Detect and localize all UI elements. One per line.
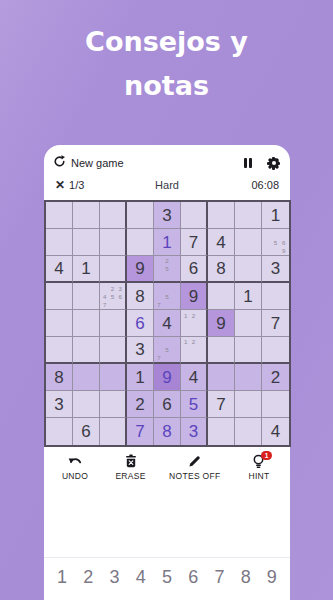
numpad-8[interactable]: 8 [233, 567, 259, 588]
cell-r2c5[interactable]: 1 [154, 229, 181, 256]
cell-r9c3[interactable] [100, 418, 127, 445]
numpad-9[interactable]: 9 [259, 567, 285, 588]
cell-r7c2[interactable] [73, 364, 100, 391]
numpad-1[interactable]: 1 [49, 567, 75, 588]
given-digit: 6 [162, 396, 171, 413]
given-digit: 4 [189, 369, 198, 386]
new-game-button[interactable]: New game [53, 154, 124, 172]
cell-r2c3[interactable] [100, 229, 127, 256]
cell-r6c6[interactable]: 12 [181, 337, 208, 364]
cell-r8c5[interactable]: 6 [154, 391, 181, 418]
cell-r6c7[interactable] [208, 337, 235, 364]
user-digit: 5 [189, 396, 198, 413]
cell-r7c4[interactable]: 1 [127, 364, 154, 391]
cell-r4c7[interactable] [208, 283, 235, 310]
cell-r4c3[interactable]: 234567 [100, 283, 127, 310]
cell-r4c6[interactable]: 9 [181, 283, 208, 310]
cell-r3c2[interactable]: 1 [73, 256, 100, 283]
cell-r6c8[interactable] [235, 337, 262, 364]
cell-r7c6[interactable]: 4 [181, 364, 208, 391]
cell-r9c8[interactable] [235, 418, 262, 445]
cell-r5c8[interactable] [235, 310, 262, 337]
cell-r6c5[interactable]: 57 [154, 337, 181, 364]
pencil-notes: 234567 [100, 283, 125, 309]
given-digit: 8 [216, 260, 225, 277]
undo-button[interactable]: UNDO [58, 454, 92, 481]
difficulty-label: Hard [44, 179, 290, 191]
cell-r8c6[interactable]: 5 [181, 391, 208, 418]
given-digit: 7 [216, 396, 225, 413]
given-digit: 3 [54, 396, 63, 413]
user-digit: 7 [135, 423, 144, 440]
cell-r5c3[interactable] [100, 310, 127, 337]
user-digit: 1 [162, 234, 171, 251]
cell-r5c5[interactable]: 4 [154, 310, 181, 337]
cell-r5c7[interactable]: 9 [208, 310, 235, 337]
cell-r4c9[interactable] [262, 283, 289, 310]
given-digit: 8 [135, 288, 144, 305]
hint-badge: 1 [261, 451, 272, 460]
top-bar: New game [53, 153, 280, 173]
cell-r1c8[interactable] [235, 202, 262, 229]
cell-r3c4[interactable]: 9 [127, 256, 154, 283]
given-digit: 1 [271, 207, 280, 224]
erase-label: ERASE [115, 471, 145, 481]
given-digit: 1 [243, 288, 252, 305]
cell-r3c7[interactable]: 8 [208, 256, 235, 283]
cell-r6c2[interactable] [73, 337, 100, 364]
cell-r1c4[interactable] [127, 202, 154, 229]
pencil-notes: 57 [154, 337, 180, 362]
cell-r9c5[interactable]: 8 [154, 418, 181, 445]
given-digit: 7 [189, 234, 198, 251]
cell-r8c3[interactable] [100, 391, 127, 418]
cell-r4c8[interactable]: 1 [235, 283, 262, 310]
cell-r9c7[interactable] [208, 418, 235, 445]
cell-r8c4[interactable]: 2 [127, 391, 154, 418]
cell-r8c7[interactable]: 7 [208, 391, 235, 418]
cell-r4c4[interactable]: 8 [127, 283, 154, 310]
cell-r9c4[interactable]: 7 [127, 418, 154, 445]
numpad-4[interactable]: 4 [128, 567, 154, 588]
given-digit: 6 [81, 423, 90, 440]
given-digit: 7 [271, 315, 280, 332]
cell-r9c9[interactable]: 4 [262, 418, 289, 445]
cell-r9c6[interactable]: 3 [181, 418, 208, 445]
given-digit: 6 [189, 260, 198, 277]
toolbar: UNDO ERASE NOTES OFF [44, 454, 290, 481]
cell-r1c7[interactable] [208, 202, 235, 229]
pencil-icon [188, 454, 201, 468]
cell-r2c6[interactable]: 7 [181, 229, 208, 256]
cell-r5c6[interactable]: 12 [181, 310, 208, 337]
given-digit: 2 [135, 396, 144, 413]
given-digit: 3 [135, 341, 144, 358]
cell-r7c3[interactable] [100, 364, 127, 391]
cell-r2c8[interactable] [235, 229, 262, 256]
user-digit: 3 [189, 423, 198, 440]
cell-r6c1[interactable] [46, 337, 73, 364]
cell-r7c8[interactable] [235, 364, 262, 391]
cell-r5c9[interactable]: 7 [262, 310, 289, 337]
numpad-3[interactable]: 3 [101, 567, 127, 588]
given-digit: 4 [216, 234, 225, 251]
cell-r7c1[interactable]: 8 [46, 364, 73, 391]
cell-r7c7[interactable] [208, 364, 235, 391]
cell-r1c5[interactable]: 3 [154, 202, 181, 229]
cell-r3c5[interactable]: 25 [154, 256, 181, 283]
page-title: Consejos y notas [0, 20, 333, 108]
numpad-2[interactable]: 2 [75, 567, 101, 588]
status-bar: ✕ 1/3 Hard 06:08 [44, 175, 290, 194]
given-digit: 4 [162, 315, 171, 332]
cell-r7c9[interactable]: 2 [262, 364, 289, 391]
cell-r2c1[interactable] [46, 229, 73, 256]
pencil-notes: 12 [181, 337, 206, 362]
new-game-label: New game [71, 157, 124, 169]
erase-button[interactable]: ERASE [114, 454, 148, 481]
given-digit: 3 [162, 207, 171, 224]
given-digit: 3 [271, 260, 280, 277]
cell-r1c1[interactable] [46, 202, 73, 229]
cell-r5c2[interactable] [73, 310, 100, 337]
pencil-notes: 57 [154, 283, 180, 309]
cell-r1c3[interactable] [100, 202, 127, 229]
undo-icon [68, 454, 83, 468]
cell-r6c4[interactable]: 3 [127, 337, 154, 364]
cell-r6c3[interactable] [100, 337, 127, 364]
cell-r7c5[interactable]: 9 [154, 364, 181, 391]
cell-r3c1[interactable]: 4 [46, 256, 73, 283]
cell-r2c2[interactable] [73, 229, 100, 256]
cell-r2c9[interactable]: 569 [262, 229, 289, 256]
given-digit: 1 [81, 260, 90, 277]
cell-r1c2[interactable] [73, 202, 100, 229]
cell-r5c4[interactable]: 6 [127, 310, 154, 337]
cell-r4c2[interactable] [73, 283, 100, 310]
refresh-icon [53, 154, 66, 172]
cell-r8c9[interactable] [262, 391, 289, 418]
hint-button[interactable]: 1 HINT [242, 454, 276, 481]
cell-r3c8[interactable] [235, 256, 262, 283]
cell-r1c9[interactable]: 1 [262, 202, 289, 229]
cell-r8c2[interactable] [73, 391, 100, 418]
cell-r9c1[interactable] [46, 418, 73, 445]
cell-r5c1[interactable] [46, 310, 73, 337]
numpad-5[interactable]: 5 [154, 567, 180, 588]
given-digit: 4 [54, 260, 63, 277]
pencil-notes: 569 [262, 229, 289, 255]
settings-button[interactable] [267, 157, 280, 170]
cell-r4c1[interactable] [46, 283, 73, 310]
title-line-2: notas [0, 64, 333, 108]
undo-label: UNDO [62, 471, 88, 481]
lightbulb-icon: 1 [252, 454, 266, 468]
numpad-6[interactable]: 6 [180, 567, 206, 588]
title-line-1: Consejos y [0, 20, 333, 64]
cell-r2c4[interactable] [127, 229, 154, 256]
cell-r1c6[interactable] [181, 202, 208, 229]
cell-r6c9[interactable] [262, 337, 289, 364]
given-digit: 9 [216, 315, 225, 332]
cell-r8c8[interactable] [235, 391, 262, 418]
cell-r3c6[interactable]: 6 [181, 256, 208, 283]
pencil-notes: 25 [154, 256, 180, 281]
sudoku-grid: 3117456941925683234567857916412973571281… [44, 200, 291, 447]
cell-r2c7[interactable]: 4 [208, 229, 235, 256]
pause-button[interactable] [244, 158, 252, 168]
given-digit: 9 [135, 260, 144, 277]
cell-r3c3[interactable] [100, 256, 127, 283]
cell-r9c2[interactable]: 6 [73, 418, 100, 445]
number-pad: 123456789 [44, 557, 290, 600]
cell-r4c5[interactable]: 57 [154, 283, 181, 310]
sudoku-app-card: New game ✕ 1/3 Hard 06:08 31174569419256… [44, 145, 290, 600]
given-digit: 1 [135, 369, 144, 386]
user-digit: 8 [162, 423, 171, 440]
given-digit: 2 [271, 369, 280, 386]
cell-r3c9[interactable]: 3 [262, 256, 289, 283]
user-digit: 9 [162, 369, 171, 386]
pencil-notes: 12 [181, 310, 206, 336]
user-digit: 6 [135, 315, 144, 332]
hint-label: HINT [248, 471, 269, 481]
given-digit: 9 [189, 288, 198, 305]
given-digit: 4 [271, 423, 280, 440]
notes-toggle-button[interactable]: NOTES OFF [169, 454, 220, 481]
cell-r8c1[interactable]: 3 [46, 391, 73, 418]
erase-icon [124, 454, 138, 468]
given-digit: 8 [54, 369, 63, 386]
numpad-7[interactable]: 7 [206, 567, 232, 588]
notes-label: NOTES OFF [169, 471, 220, 481]
